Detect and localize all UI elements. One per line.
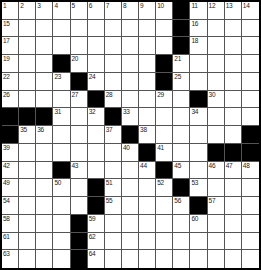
clue-number: 2 xyxy=(20,2,23,9)
cell-4-14[interactable] xyxy=(225,55,242,73)
cell-11-1[interactable]: 49 xyxy=(2,179,19,197)
cell-9-5[interactable] xyxy=(71,144,88,162)
cell-2-5[interactable] xyxy=(71,20,88,38)
clue-number: 39 xyxy=(3,144,10,151)
cell-2-6[interactable] xyxy=(88,20,105,38)
clue-number: 36 xyxy=(37,126,44,133)
cell-5-6[interactable]: 24 xyxy=(88,73,105,91)
cell-4-7[interactable] xyxy=(105,55,122,73)
cell-15-7[interactable] xyxy=(105,250,122,268)
clue-number: 33 xyxy=(123,108,130,115)
clue-number: 42 xyxy=(3,162,10,169)
cell-7-11[interactable] xyxy=(173,108,190,126)
cell-14-9[interactable] xyxy=(139,233,156,251)
cell-14-7[interactable] xyxy=(105,233,122,251)
cell-6-6 xyxy=(88,91,105,109)
cell-8-3[interactable]: 36 xyxy=(36,126,53,144)
cell-2-9[interactable] xyxy=(139,20,156,38)
cell-6-14[interactable] xyxy=(225,91,242,109)
clue-number: 11 xyxy=(191,2,197,9)
cell-5-2[interactable] xyxy=(19,73,36,91)
cell-1-4[interactable]: 4 xyxy=(53,2,70,20)
cell-5-9[interactable] xyxy=(139,73,156,91)
cell-9-4[interactable] xyxy=(53,144,70,162)
cell-14-5 xyxy=(71,233,88,251)
clue-number: 34 xyxy=(191,108,198,115)
cell-10-1[interactable]: 42 xyxy=(2,162,19,180)
cell-4-11[interactable]: 21 xyxy=(173,55,190,73)
cell-6-12 xyxy=(190,91,207,109)
cell-15-4[interactable] xyxy=(53,250,70,268)
cell-3-4[interactable] xyxy=(53,37,70,55)
cell-15-9[interactable] xyxy=(139,250,156,268)
cell-10-15[interactable]: 48 xyxy=(242,162,259,180)
cell-12-12 xyxy=(190,197,207,215)
cell-11-10[interactable]: 52 xyxy=(156,179,173,197)
cell-11-15[interactable] xyxy=(242,179,259,197)
cell-12-9[interactable] xyxy=(139,197,156,215)
cell-14-8[interactable] xyxy=(122,233,139,251)
clue-number: 5 xyxy=(72,2,75,9)
clue-number: 23 xyxy=(54,73,61,80)
cell-3-1[interactable]: 17 xyxy=(2,37,19,55)
cell-9-14 xyxy=(225,144,242,162)
clue-number: 18 xyxy=(191,37,198,44)
cell-2-11 xyxy=(173,20,190,38)
cell-14-15[interactable] xyxy=(242,233,259,251)
cell-6-3[interactable] xyxy=(36,91,53,109)
cell-12-1[interactable]: 54 xyxy=(2,197,19,215)
cell-4-4 xyxy=(53,55,70,73)
clue-number: 40 xyxy=(123,144,130,151)
cell-9-9 xyxy=(139,144,156,162)
cell-10-6[interactable] xyxy=(88,162,105,180)
crossword-grid: 1234567891011121314151617181920212223242… xyxy=(0,0,261,270)
cell-3-9[interactable] xyxy=(139,37,156,55)
cell-4-15[interactable] xyxy=(242,55,259,73)
clue-number: 15 xyxy=(3,20,10,27)
clue-number: 38 xyxy=(140,126,147,133)
cell-12-4[interactable] xyxy=(53,197,70,215)
cell-13-3[interactable] xyxy=(36,215,53,233)
cell-6-10[interactable]: 29 xyxy=(156,91,173,109)
cell-12-14[interactable] xyxy=(225,197,242,215)
clue-number: 12 xyxy=(209,2,216,9)
cell-1-10[interactable]: 10 xyxy=(156,2,173,20)
cell-14-14[interactable] xyxy=(225,233,242,251)
cell-8-9[interactable]: 38 xyxy=(139,126,156,144)
cell-5-4[interactable]: 23 xyxy=(53,73,70,91)
cell-12-3[interactable] xyxy=(36,197,53,215)
clue-number: 9 xyxy=(140,2,143,9)
cell-12-11[interactable]: 56 xyxy=(173,197,190,215)
cell-8-4[interactable] xyxy=(53,126,70,144)
cell-11-4[interactable]: 50 xyxy=(53,179,70,197)
clue-number: 44 xyxy=(140,162,147,169)
cell-9-12[interactable] xyxy=(190,144,207,162)
cell-12-2[interactable] xyxy=(19,197,36,215)
cell-10-11[interactable]: 45 xyxy=(173,162,190,180)
cell-2-12[interactable]: 16 xyxy=(190,20,207,38)
cell-13-2[interactable] xyxy=(19,215,36,233)
cell-2-15[interactable] xyxy=(242,20,259,38)
cell-6-13[interactable]: 30 xyxy=(208,91,225,109)
cell-7-4[interactable]: 31 xyxy=(53,108,70,126)
clue-number: 47 xyxy=(226,162,233,169)
cell-15-6[interactable]: 64 xyxy=(88,250,105,268)
cell-10-14[interactable]: 47 xyxy=(225,162,242,180)
clue-number: 49 xyxy=(3,179,10,186)
cell-7-7 xyxy=(105,108,122,126)
cell-10-9[interactable]: 44 xyxy=(139,162,156,180)
cell-13-7[interactable] xyxy=(105,215,122,233)
cell-4-3[interactable] xyxy=(36,55,53,73)
cell-6-15[interactable] xyxy=(242,91,259,109)
clue-number: 4 xyxy=(54,2,57,9)
cell-2-8[interactable] xyxy=(122,20,139,38)
cell-1-15[interactable]: 14 xyxy=(242,2,259,20)
cell-14-6[interactable]: 62 xyxy=(88,233,105,251)
cell-4-12[interactable] xyxy=(190,55,207,73)
cell-6-2[interactable] xyxy=(19,91,36,109)
cell-8-2[interactable]: 35 xyxy=(19,126,36,144)
cell-5-13[interactable] xyxy=(208,73,225,91)
cell-6-5[interactable]: 27 xyxy=(71,91,88,109)
clue-number: 19 xyxy=(3,55,10,62)
cell-6-1[interactable]: 26 xyxy=(2,91,19,109)
cell-2-2[interactable] xyxy=(19,20,36,38)
cell-13-6[interactable]: 59 xyxy=(88,215,105,233)
cell-5-14[interactable] xyxy=(225,73,242,91)
clue-number: 26 xyxy=(3,91,10,98)
cell-14-13[interactable] xyxy=(208,233,225,251)
cell-1-9[interactable]: 9 xyxy=(139,2,156,20)
cell-7-13[interactable] xyxy=(208,108,225,126)
clue-number: 56 xyxy=(174,197,181,204)
clue-number: 16 xyxy=(191,20,198,27)
cell-15-15[interactable] xyxy=(242,250,259,268)
cell-4-8[interactable] xyxy=(122,55,139,73)
clue-number: 53 xyxy=(191,179,198,186)
cell-3-11 xyxy=(173,37,190,55)
cell-13-15[interactable] xyxy=(242,215,259,233)
cell-9-7[interactable] xyxy=(105,144,122,162)
cell-12-15[interactable] xyxy=(242,197,259,215)
cell-1-7[interactable]: 7 xyxy=(105,2,122,20)
cell-15-11[interactable] xyxy=(173,250,190,268)
cell-3-6[interactable] xyxy=(88,37,105,55)
cell-7-15[interactable] xyxy=(242,108,259,126)
cell-9-11[interactable] xyxy=(173,144,190,162)
cell-2-14[interactable] xyxy=(225,20,242,38)
cell-11-2[interactable] xyxy=(19,179,36,197)
cell-12-7[interactable]: 55 xyxy=(105,197,122,215)
cell-15-5 xyxy=(71,250,88,268)
cell-12-6 xyxy=(88,197,105,215)
clue-number: 43 xyxy=(72,162,79,169)
clue-number: 29 xyxy=(157,91,164,98)
cell-9-8[interactable]: 40 xyxy=(122,144,139,162)
clue-number: 27 xyxy=(72,91,79,98)
cell-1-6[interactable]: 6 xyxy=(88,2,105,20)
cell-13-1[interactable]: 58 xyxy=(2,215,19,233)
cell-5-15[interactable] xyxy=(242,73,259,91)
clue-number: 13 xyxy=(226,2,233,9)
cell-6-7[interactable]: 28 xyxy=(105,91,122,109)
cell-15-10[interactable] xyxy=(156,250,173,268)
cell-7-6[interactable]: 32 xyxy=(88,108,105,126)
cell-7-10[interactable] xyxy=(156,108,173,126)
cell-4-13[interactable] xyxy=(208,55,225,73)
cell-14-3[interactable] xyxy=(36,233,53,251)
cell-1-12[interactable]: 11 xyxy=(190,2,207,20)
cell-8-14[interactable] xyxy=(225,126,242,144)
cell-11-3[interactable] xyxy=(36,179,53,197)
cell-9-1[interactable]: 39 xyxy=(2,144,19,162)
cell-7-9[interactable] xyxy=(139,108,156,126)
clue-number: 58 xyxy=(3,215,10,222)
clue-number: 1 xyxy=(3,2,6,9)
clue-number: 6 xyxy=(89,2,92,9)
cell-2-1[interactable]: 15 xyxy=(2,20,19,38)
cell-13-10[interactable] xyxy=(156,215,173,233)
cell-1-8[interactable]: 8 xyxy=(122,2,139,20)
cell-15-12[interactable] xyxy=(190,250,207,268)
cell-9-13 xyxy=(208,144,225,162)
cell-2-10[interactable] xyxy=(156,20,173,38)
clue-number: 59 xyxy=(89,215,96,222)
cell-3-8[interactable] xyxy=(122,37,139,55)
cell-8-13[interactable] xyxy=(208,126,225,144)
cell-1-11 xyxy=(173,2,190,20)
cell-13-11[interactable] xyxy=(173,215,190,233)
clue-number: 55 xyxy=(106,197,113,204)
clue-number: 50 xyxy=(54,179,61,186)
cell-7-5[interactable] xyxy=(71,108,88,126)
cell-10-4 xyxy=(53,162,70,180)
cell-13-8[interactable] xyxy=(122,215,139,233)
clue-number: 30 xyxy=(209,91,216,98)
cell-1-1[interactable]: 1 xyxy=(2,2,19,20)
cell-14-2[interactable] xyxy=(19,233,36,251)
cell-14-11[interactable] xyxy=(173,233,190,251)
clue-number: 64 xyxy=(89,250,96,257)
cell-7-2 xyxy=(19,108,36,126)
cell-8-11[interactable] xyxy=(173,126,190,144)
cell-8-12[interactable] xyxy=(190,126,207,144)
cell-11-8[interactable] xyxy=(122,179,139,197)
cell-7-1 xyxy=(2,108,19,126)
cell-3-12[interactable]: 18 xyxy=(190,37,207,55)
cell-4-9[interactable] xyxy=(139,55,156,73)
clue-number: 3 xyxy=(37,2,40,9)
cell-6-11[interactable] xyxy=(173,91,190,109)
cell-13-14[interactable] xyxy=(225,215,242,233)
cell-15-1[interactable]: 63 xyxy=(2,250,19,268)
cell-3-5[interactable] xyxy=(71,37,88,55)
cell-11-11 xyxy=(173,179,190,197)
cell-11-7[interactable]: 51 xyxy=(105,179,122,197)
cell-8-8 xyxy=(122,126,139,144)
cell-1-3[interactable]: 3 xyxy=(36,2,53,20)
cell-1-14[interactable]: 13 xyxy=(225,2,242,20)
cell-14-4[interactable] xyxy=(53,233,70,251)
cell-15-2[interactable] xyxy=(19,250,36,268)
clue-number: 22 xyxy=(3,73,10,80)
cell-3-14[interactable] xyxy=(225,37,242,55)
cell-6-4[interactable] xyxy=(53,91,70,109)
cell-9-2[interactable] xyxy=(19,144,36,162)
cell-5-7[interactable] xyxy=(105,73,122,91)
clue-number: 51 xyxy=(106,179,113,186)
cell-2-13[interactable] xyxy=(208,20,225,38)
cell-11-12[interactable]: 53 xyxy=(190,179,207,197)
cell-4-6[interactable] xyxy=(88,55,105,73)
cell-10-8[interactable] xyxy=(122,162,139,180)
cell-8-1 xyxy=(2,126,19,144)
cell-10-12[interactable] xyxy=(190,162,207,180)
cell-11-6 xyxy=(88,179,105,197)
cell-11-14[interactable] xyxy=(225,179,242,197)
cell-5-5 xyxy=(71,73,88,91)
clue-number: 57 xyxy=(209,197,216,204)
cell-7-8[interactable]: 33 xyxy=(122,108,139,126)
clue-number: 41 xyxy=(157,144,164,151)
cell-13-5 xyxy=(71,215,88,233)
cell-13-9[interactable] xyxy=(139,215,156,233)
cell-14-12[interactable] xyxy=(190,233,207,251)
cell-2-3[interactable] xyxy=(36,20,53,38)
clue-number: 14 xyxy=(243,2,250,9)
clue-number: 25 xyxy=(174,73,181,80)
cell-9-3[interactable] xyxy=(36,144,53,162)
cell-3-3[interactable] xyxy=(36,37,53,55)
cell-12-13[interactable]: 57 xyxy=(208,197,225,215)
cell-10-13[interactable]: 46 xyxy=(208,162,225,180)
clue-number: 60 xyxy=(191,215,198,222)
cell-12-10[interactable] xyxy=(156,197,173,215)
clue-number: 48 xyxy=(243,162,250,169)
clue-number: 37 xyxy=(106,126,113,133)
clue-number: 24 xyxy=(89,73,96,80)
cell-8-5[interactable] xyxy=(71,126,88,144)
clue-number: 52 xyxy=(157,179,164,186)
cell-1-13[interactable]: 12 xyxy=(208,2,225,20)
cell-12-5[interactable] xyxy=(71,197,88,215)
clue-number: 10 xyxy=(157,2,164,9)
cell-8-15 xyxy=(242,126,259,144)
cell-7-12[interactable]: 34 xyxy=(190,108,207,126)
cell-3-7[interactable] xyxy=(105,37,122,55)
cell-3-13[interactable] xyxy=(208,37,225,55)
cell-5-11[interactable]: 25 xyxy=(173,73,190,91)
clue-number: 46 xyxy=(209,162,216,169)
clue-number: 20 xyxy=(72,55,79,62)
cell-14-1[interactable]: 61 xyxy=(2,233,19,251)
cell-9-15 xyxy=(242,144,259,162)
clue-number: 35 xyxy=(20,126,27,133)
clue-number: 28 xyxy=(106,91,113,98)
clue-number: 62 xyxy=(89,233,96,240)
clue-number: 17 xyxy=(3,37,10,44)
cell-10-5[interactable]: 43 xyxy=(71,162,88,180)
cell-1-5[interactable]: 5 xyxy=(71,2,88,20)
cell-2-4[interactable] xyxy=(53,20,70,38)
cell-13-12[interactable]: 60 xyxy=(190,215,207,233)
cell-8-10[interactable] xyxy=(156,126,173,144)
cell-8-7[interactable]: 37 xyxy=(105,126,122,144)
cell-5-12[interactable] xyxy=(190,73,207,91)
cell-4-10 xyxy=(156,55,173,73)
clue-number: 63 xyxy=(3,250,10,257)
cell-15-8[interactable] xyxy=(122,250,139,268)
cell-12-8[interactable] xyxy=(122,197,139,215)
clue-number: 21 xyxy=(174,55,181,62)
cell-5-10 xyxy=(156,73,173,91)
cell-10-7[interactable] xyxy=(105,162,122,180)
cell-3-15[interactable] xyxy=(242,37,259,55)
cell-10-3[interactable] xyxy=(36,162,53,180)
cell-4-1[interactable]: 19 xyxy=(2,55,19,73)
clue-number: 45 xyxy=(174,162,181,169)
crossword-puzzle: 1234567891011121314151617181920212223242… xyxy=(0,0,261,270)
cell-5-8[interactable] xyxy=(122,73,139,91)
cell-11-9[interactable] xyxy=(139,179,156,197)
cell-13-4[interactable] xyxy=(53,215,70,233)
cell-5-3[interactable] xyxy=(36,73,53,91)
cell-15-3[interactable] xyxy=(36,250,53,268)
cell-1-2[interactable]: 2 xyxy=(19,2,36,20)
clue-number: 8 xyxy=(123,2,126,9)
cell-14-10[interactable] xyxy=(156,233,173,251)
cell-11-5[interactable] xyxy=(71,179,88,197)
cell-6-9[interactable] xyxy=(139,91,156,109)
cell-7-3 xyxy=(36,108,53,126)
cell-13-13[interactable] xyxy=(208,215,225,233)
cell-6-8[interactable] xyxy=(122,91,139,109)
cell-2-7[interactable] xyxy=(105,20,122,38)
cell-15-14[interactable] xyxy=(225,250,242,268)
clue-number: 32 xyxy=(89,108,96,115)
cell-10-2[interactable] xyxy=(19,162,36,180)
clue-number: 31 xyxy=(54,108,61,115)
cell-11-13[interactable] xyxy=(208,179,225,197)
clue-number: 7 xyxy=(106,2,109,9)
cell-3-2[interactable] xyxy=(19,37,36,55)
cell-10-10 xyxy=(156,162,173,180)
cell-3-10[interactable] xyxy=(156,37,173,55)
clue-number: 61 xyxy=(3,233,10,240)
cell-5-1[interactable]: 22 xyxy=(2,73,19,91)
cell-4-2[interactable] xyxy=(19,55,36,73)
cell-15-13[interactable] xyxy=(208,250,225,268)
cell-9-10[interactable]: 41 xyxy=(156,144,173,162)
cell-7-14[interactable] xyxy=(225,108,242,126)
cell-8-6[interactable] xyxy=(88,126,105,144)
cell-9-6[interactable] xyxy=(88,144,105,162)
cell-4-5[interactable]: 20 xyxy=(71,55,88,73)
clue-number: 54 xyxy=(3,197,10,204)
